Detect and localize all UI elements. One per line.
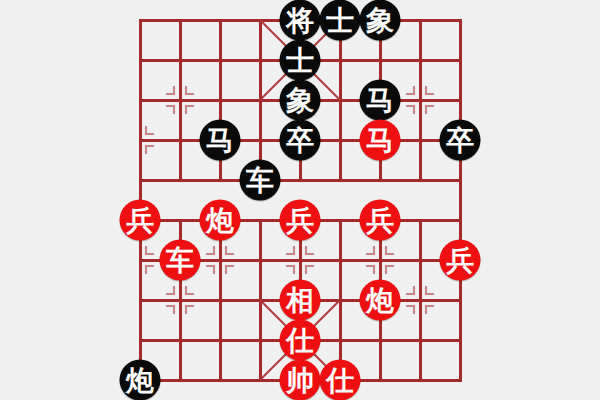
piece-red-chariot[interactable]: 车 [160,240,201,281]
piece-red-cannon-2[interactable]: 炮 [360,280,401,321]
piece-black-general[interactable]: 将 [280,0,321,41]
piece-black-horse-1[interactable]: 马 [360,80,401,121]
xiangqi-board[interactable]: 将士象士象马马卒马卒车兵炮兵兵车兵相炮仕炮帅仕 [140,20,460,380]
piece-red-pawn-1[interactable]: 兵 [120,200,161,241]
piece-black-horse-2[interactable]: 马 [200,120,241,161]
piece-black-advisor-1[interactable]: 士 [320,0,361,41]
piece-red-pawn-2[interactable]: 兵 [280,200,321,241]
piece-black-elephant-1[interactable]: 象 [360,0,401,41]
piece-red-pawn-3[interactable]: 兵 [360,200,401,241]
piece-black-advisor-2[interactable]: 士 [280,40,321,81]
piece-red-advisor-1[interactable]: 仕 [280,320,321,361]
xiangqi-app: 将士象士象马马卒马卒车兵炮兵兵车兵相炮仕炮帅仕 [0,0,600,400]
piece-red-cannon-1[interactable]: 炮 [200,200,241,241]
piece-red-elephant[interactable]: 相 [280,280,321,321]
piece-red-advisor-2[interactable]: 仕 [320,360,361,400]
piece-red-pawn-4[interactable]: 兵 [440,240,481,281]
piece-black-cannon[interactable]: 炮 [120,360,161,400]
piece-black-pawn-1[interactable]: 卒 [280,120,321,161]
piece-black-pawn-2[interactable]: 卒 [440,120,481,161]
piece-black-elephant-2[interactable]: 象 [280,80,321,121]
piece-red-horse[interactable]: 马 [360,120,401,161]
piece-black-chariot[interactable]: 车 [240,160,281,201]
pieces-layer: 将士象士象马马卒马卒车兵炮兵兵车兵相炮仕炮帅仕 [140,20,460,380]
piece-red-general[interactable]: 帅 [280,360,321,400]
